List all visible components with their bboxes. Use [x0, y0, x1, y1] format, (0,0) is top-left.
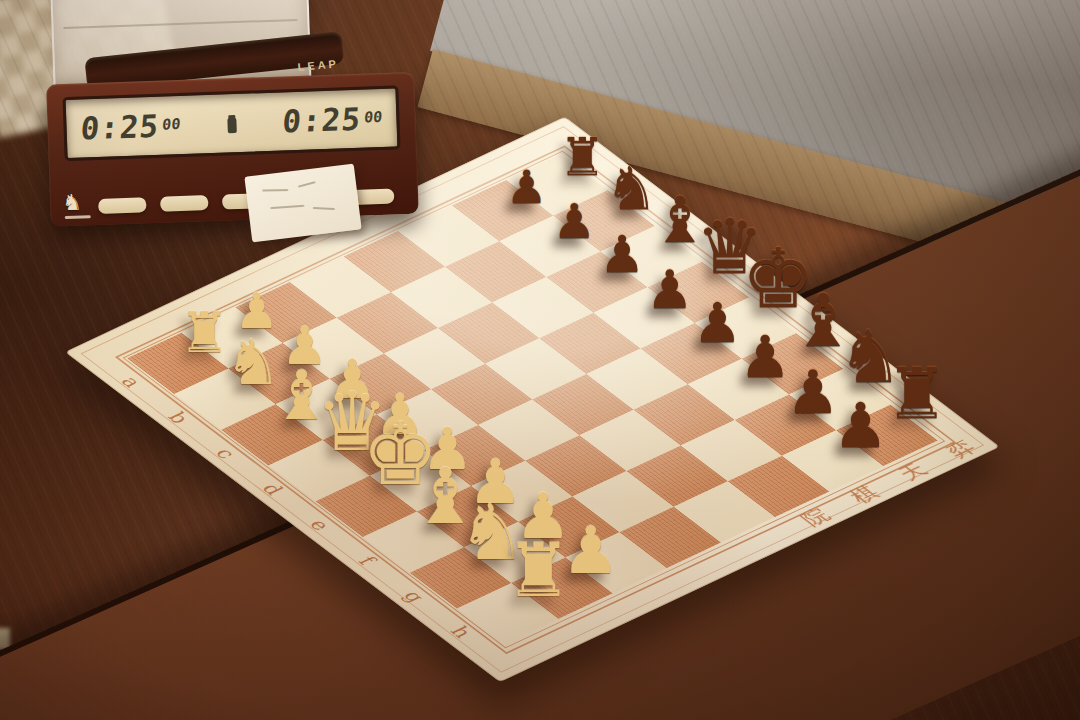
piece-black-pawn: ♟: [599, 232, 645, 278]
piece-black-knight: ♞: [605, 162, 658, 215]
clock-buttons: [50, 188, 418, 221]
chess-clock: LEAP 0:25 00 0:25 00 ♞: [45, 35, 431, 238]
right-time-main: 0:25: [281, 101, 363, 140]
handwriting-mark: [313, 207, 335, 210]
piece-black-rook: ♜: [559, 134, 606, 181]
piece-white-rook: ♜: [506, 537, 572, 604]
piece-black-pawn: ♟: [553, 200, 596, 243]
left-time: 0:25 00: [79, 107, 182, 147]
piece-black-pawn: ♟: [646, 266, 694, 314]
right-time-seconds: 00: [364, 108, 384, 127]
piece-black-pawn: ♟: [833, 398, 889, 454]
piece-white-rook: ♜: [179, 308, 229, 358]
knight-icon: ♞: [62, 189, 83, 215]
note-card: [244, 164, 361, 243]
clock-button: [98, 197, 146, 214]
clock-display: 0:25 00 0:25 00: [63, 85, 401, 161]
handwriting-mark: [270, 205, 304, 209]
piece-black-pawn: ♟: [506, 167, 547, 208]
right-time: 0:25 00: [281, 100, 384, 140]
left-time-main: 0:25: [79, 108, 161, 147]
container-lid-line: [64, 19, 298, 29]
piece-black-pawn: ♟: [739, 331, 791, 383]
move-indicator-icon: [227, 118, 237, 133]
clock-brand: LEAP: [297, 57, 339, 73]
piece-black-rook: ♜: [885, 363, 948, 426]
piece-black-pawn: ♟: [693, 299, 742, 349]
clock-body: 0:25 00 0:25 00 ♞: [46, 72, 419, 227]
left-time-seconds: 00: [162, 115, 182, 134]
clock-button: [160, 195, 208, 212]
handwriting-mark: [298, 181, 316, 188]
handwriting-mark: [262, 189, 288, 191]
scene: LEAP 0:25 00 0:25 00 ♞: [0, 0, 1080, 720]
